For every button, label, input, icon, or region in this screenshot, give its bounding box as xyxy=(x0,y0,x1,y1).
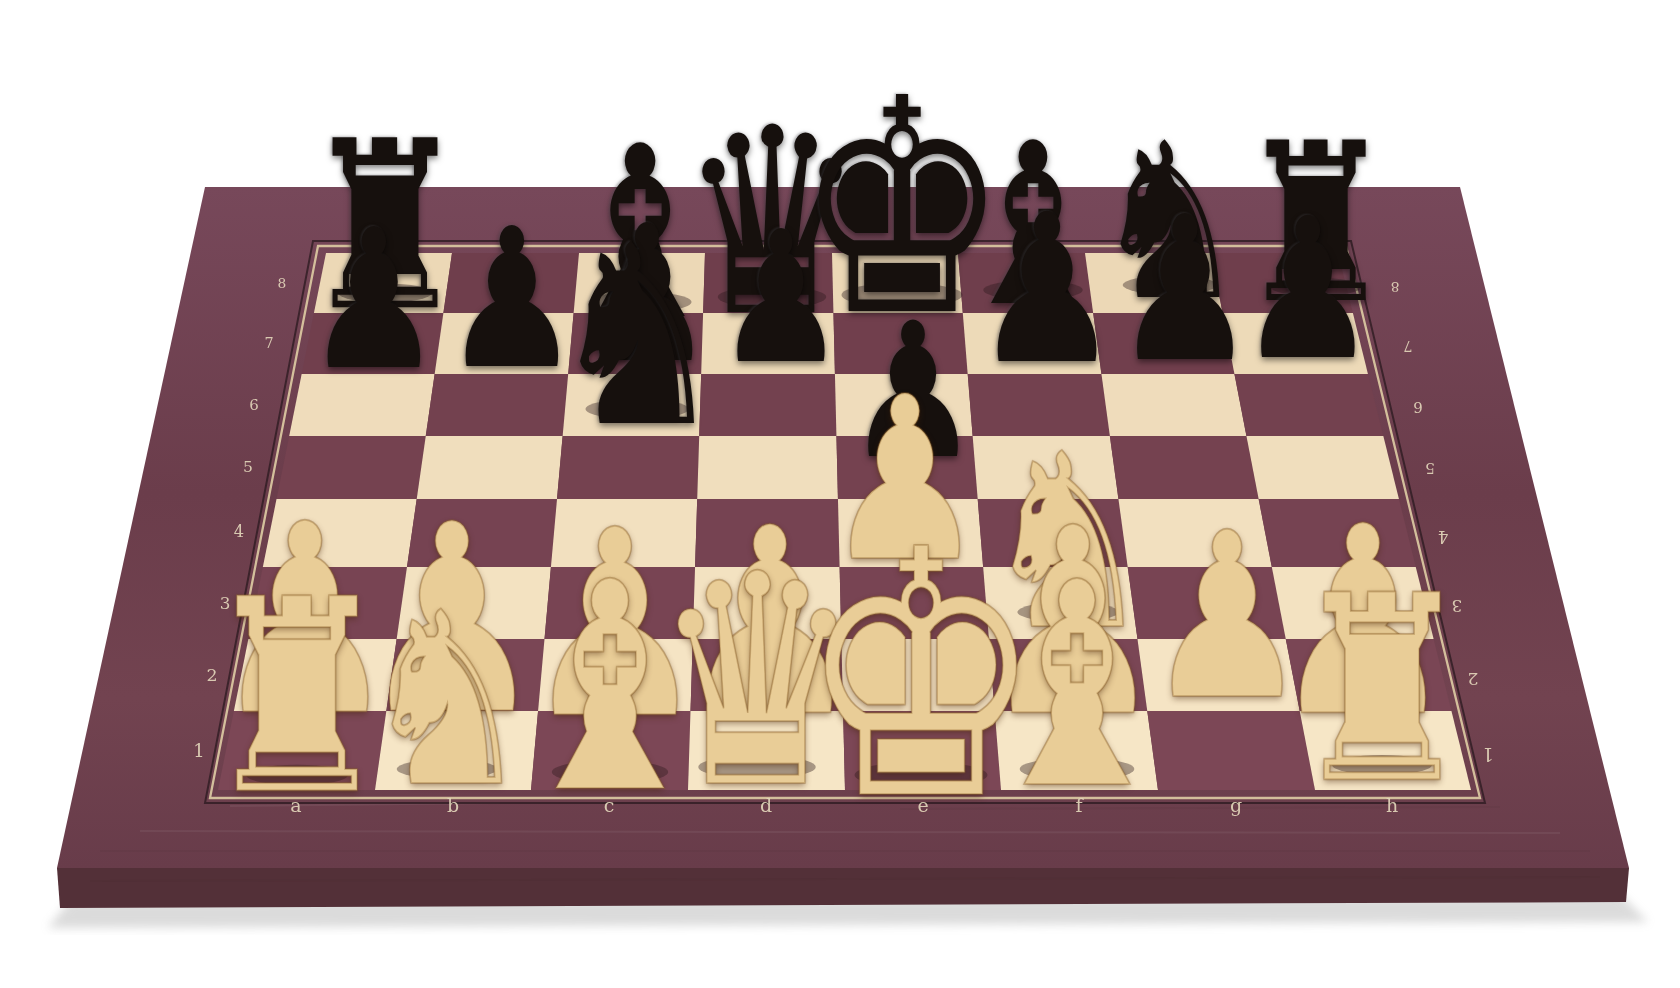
file-label-e: e xyxy=(917,794,928,816)
square-h5 xyxy=(1246,436,1398,499)
board-side-face xyxy=(57,868,1629,908)
square-h1 xyxy=(1300,711,1471,790)
square-e7 xyxy=(833,313,967,374)
square-b5 xyxy=(417,436,563,499)
rank-label-right-1: 1 xyxy=(1482,744,1493,765)
shadow-e8 xyxy=(842,283,963,307)
rank-label-right-8: 8 xyxy=(1391,279,1400,295)
square-b7 xyxy=(435,313,574,374)
shadow-a1 xyxy=(246,765,348,785)
shadow-c7 xyxy=(608,341,685,356)
rank-label-left-8: 8 xyxy=(278,275,287,291)
shadow-a2 xyxy=(259,688,351,706)
shadow-g8 xyxy=(1123,276,1218,295)
rank-label-right-2: 2 xyxy=(1467,669,1478,689)
square-g4 xyxy=(1118,499,1271,567)
square-f4 xyxy=(978,499,1128,567)
shadow-f7 xyxy=(1007,341,1088,357)
file-label-b: b xyxy=(447,794,459,816)
shadow-b7 xyxy=(473,346,551,362)
shadow-h2 xyxy=(1317,688,1408,706)
square-h4 xyxy=(1259,499,1416,567)
rank-label-left-7: 7 xyxy=(264,335,273,351)
rank-label-left-3: 3 xyxy=(220,593,231,613)
file-label-h: h xyxy=(1386,794,1398,816)
rank-label-right-4: 4 xyxy=(1438,527,1448,546)
chess-board: abcdefgh1122334455667788 xyxy=(0,0,1680,988)
square-g1 xyxy=(1147,711,1315,790)
rank-label-right-7: 7 xyxy=(1403,338,1412,354)
square-h6 xyxy=(1234,374,1383,436)
square-a8 xyxy=(314,253,452,313)
file-label-g: g xyxy=(1230,794,1242,816)
square-d5 xyxy=(697,436,838,499)
shadow-a8 xyxy=(338,284,432,303)
shadow-g7 xyxy=(1145,339,1225,355)
shadow-c1 xyxy=(552,760,668,783)
rank-label-left-6: 6 xyxy=(249,396,259,414)
shadow-c2 xyxy=(569,690,660,708)
shadow-b1 xyxy=(397,759,497,779)
square-e6 xyxy=(835,374,973,436)
rank-label-left-1: 1 xyxy=(193,740,204,761)
square-c5 xyxy=(557,436,699,499)
square-d3 xyxy=(693,567,842,639)
square-b3 xyxy=(397,567,551,639)
square-e4 xyxy=(838,499,983,567)
square-h3 xyxy=(1272,567,1434,639)
shadow-d7 xyxy=(743,342,819,357)
shadow-c6 xyxy=(586,399,689,420)
square-a4 xyxy=(263,499,417,567)
square-g3 xyxy=(1128,567,1286,639)
shadow-e1 xyxy=(855,762,988,789)
rank-label-right-3: 3 xyxy=(1452,596,1463,616)
square-d6 xyxy=(699,374,836,436)
shadow-f2 xyxy=(1027,688,1118,706)
shadow-a7 xyxy=(335,347,413,363)
square-d4 xyxy=(695,499,840,567)
shadow-f1 xyxy=(1020,758,1135,781)
shadow-h8 xyxy=(1270,278,1361,296)
shadow-h1 xyxy=(1332,755,1432,775)
rank-label-left-5: 5 xyxy=(243,458,253,476)
rank-label-right-5: 5 xyxy=(1425,459,1435,477)
shadow-e6 xyxy=(874,437,951,452)
rank-label-left-2: 2 xyxy=(206,665,217,685)
square-e3 xyxy=(840,567,989,639)
shadow-f8 xyxy=(983,280,1082,300)
shadow-c8 xyxy=(589,292,692,313)
shadow-e4 xyxy=(863,537,948,554)
square-a7 xyxy=(302,313,444,374)
square-c3 xyxy=(544,567,695,639)
rank-label-left-4: 4 xyxy=(234,522,244,541)
shadow-g2 xyxy=(1184,673,1269,690)
square-b6 xyxy=(426,374,568,436)
square-a5 xyxy=(277,436,426,499)
square-g5 xyxy=(1110,436,1259,499)
square-b8 xyxy=(443,253,579,313)
square-c4 xyxy=(551,499,697,567)
file-label-c: c xyxy=(604,794,615,816)
shadow-d1 xyxy=(698,755,815,778)
square-f6 xyxy=(968,374,1110,436)
square-a6 xyxy=(289,374,434,436)
shadow-d8 xyxy=(718,286,826,308)
shadow-h7 xyxy=(1269,337,1348,353)
file-label-d: d xyxy=(760,794,772,816)
square-g6 xyxy=(1101,374,1246,436)
square-f5 xyxy=(973,436,1119,499)
square-b4 xyxy=(407,499,557,567)
file-label-a: a xyxy=(290,794,301,816)
square-e2 xyxy=(841,639,994,711)
chessboard-photo: abcdefgh1122334455667788 ♜♝♛♚♝♞♜♟♟♟♟♟♟♟♞… xyxy=(0,0,1680,988)
shadow-b2 xyxy=(406,686,497,704)
shadow-d2 xyxy=(724,688,815,706)
rank-label-right-6: 6 xyxy=(1413,398,1423,416)
square-a3 xyxy=(248,567,407,639)
shadow-f3 xyxy=(1017,602,1118,622)
